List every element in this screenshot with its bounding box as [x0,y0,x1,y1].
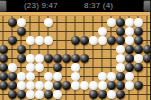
white-stone [134,18,143,27]
black-stone [53,54,62,63]
white-stone [116,63,125,72]
white-stone [8,63,17,72]
black-stone [98,90,107,99]
white-stone [26,54,35,63]
white-stone [17,81,26,90]
black-stone [134,63,143,72]
white-stone [35,90,44,99]
white-stone [125,72,134,81]
go-app-screen: (23) 9:47 8:37 (4) [0,0,150,100]
white-stone [26,72,35,81]
black-stone [89,90,98,99]
black-stone [62,54,71,63]
go-board[interactable] [0,12,150,100]
black-stone [116,81,125,90]
black-stone [116,36,125,45]
white-stone [125,18,134,27]
black-stone [17,54,26,63]
black-stone [116,72,125,81]
white-stone [89,81,98,90]
white-stone [80,81,89,90]
black-stone [0,45,8,54]
black-stone [80,36,89,45]
black-stone [134,27,143,36]
black-stone [8,18,17,27]
black-stone [107,81,116,90]
white-stone [89,36,98,45]
white-stone [53,90,62,99]
white-stone [35,36,44,45]
white-stone [26,36,35,45]
black-stone [0,72,8,81]
move-counter-and-white-clock: (23) 9:47 [24,1,58,11]
black-stone [8,72,17,81]
black-stone [8,90,17,99]
white-stone [53,72,62,81]
black-stone [53,63,62,72]
black-stone [80,54,89,63]
black-stone [134,81,143,90]
back-button[interactable] [0,0,7,12]
white-stone [125,81,134,90]
white-stone [44,36,53,45]
white-stone [98,27,107,36]
white-stone [35,63,44,72]
white-stone [35,81,44,90]
white-stone [107,90,116,99]
black-stone [71,36,80,45]
white-stone [107,72,116,81]
menu-button[interactable] [143,0,150,12]
black-stone [8,81,17,90]
white-stone [17,18,26,27]
white-stone [26,63,35,72]
white-stone [98,81,107,90]
black-stone [17,90,26,99]
black-stone [134,36,143,45]
black-stone [0,63,8,72]
white-stone [71,63,80,72]
white-stone [44,72,53,81]
white-stone [107,18,116,27]
white-stone [44,18,53,27]
black-stone [0,81,8,90]
black-stone [44,54,53,63]
black-stone [62,81,71,90]
black-stone [116,27,125,36]
black-stone [116,18,125,27]
white-stone [116,54,125,63]
black-stone [107,36,116,45]
black-stone [134,45,143,54]
white-stone [71,72,80,81]
black-stone [116,90,125,99]
white-stone [98,36,107,45]
white-stone [116,45,125,54]
white-stone [35,54,44,63]
white-stone [17,72,26,81]
black-stone [125,45,134,54]
white-stone [71,81,80,90]
white-stone [98,72,107,81]
black-stone [53,81,62,90]
black-stone [44,90,53,99]
black-stone [17,27,26,36]
black-stone [0,54,8,63]
white-stone [125,27,134,36]
white-stone [134,54,143,63]
white-stone [26,81,35,90]
white-stone [125,36,134,45]
black-stone [143,45,151,54]
black-stone [17,45,26,54]
black-stone [143,54,151,63]
white-stone [26,90,35,99]
black-stone [125,54,134,63]
black-stone [125,63,134,72]
black-stone [8,36,17,45]
black-clock: 8:37 (4) [84,1,113,11]
white-stone [44,81,53,90]
black-stone [71,54,80,63]
